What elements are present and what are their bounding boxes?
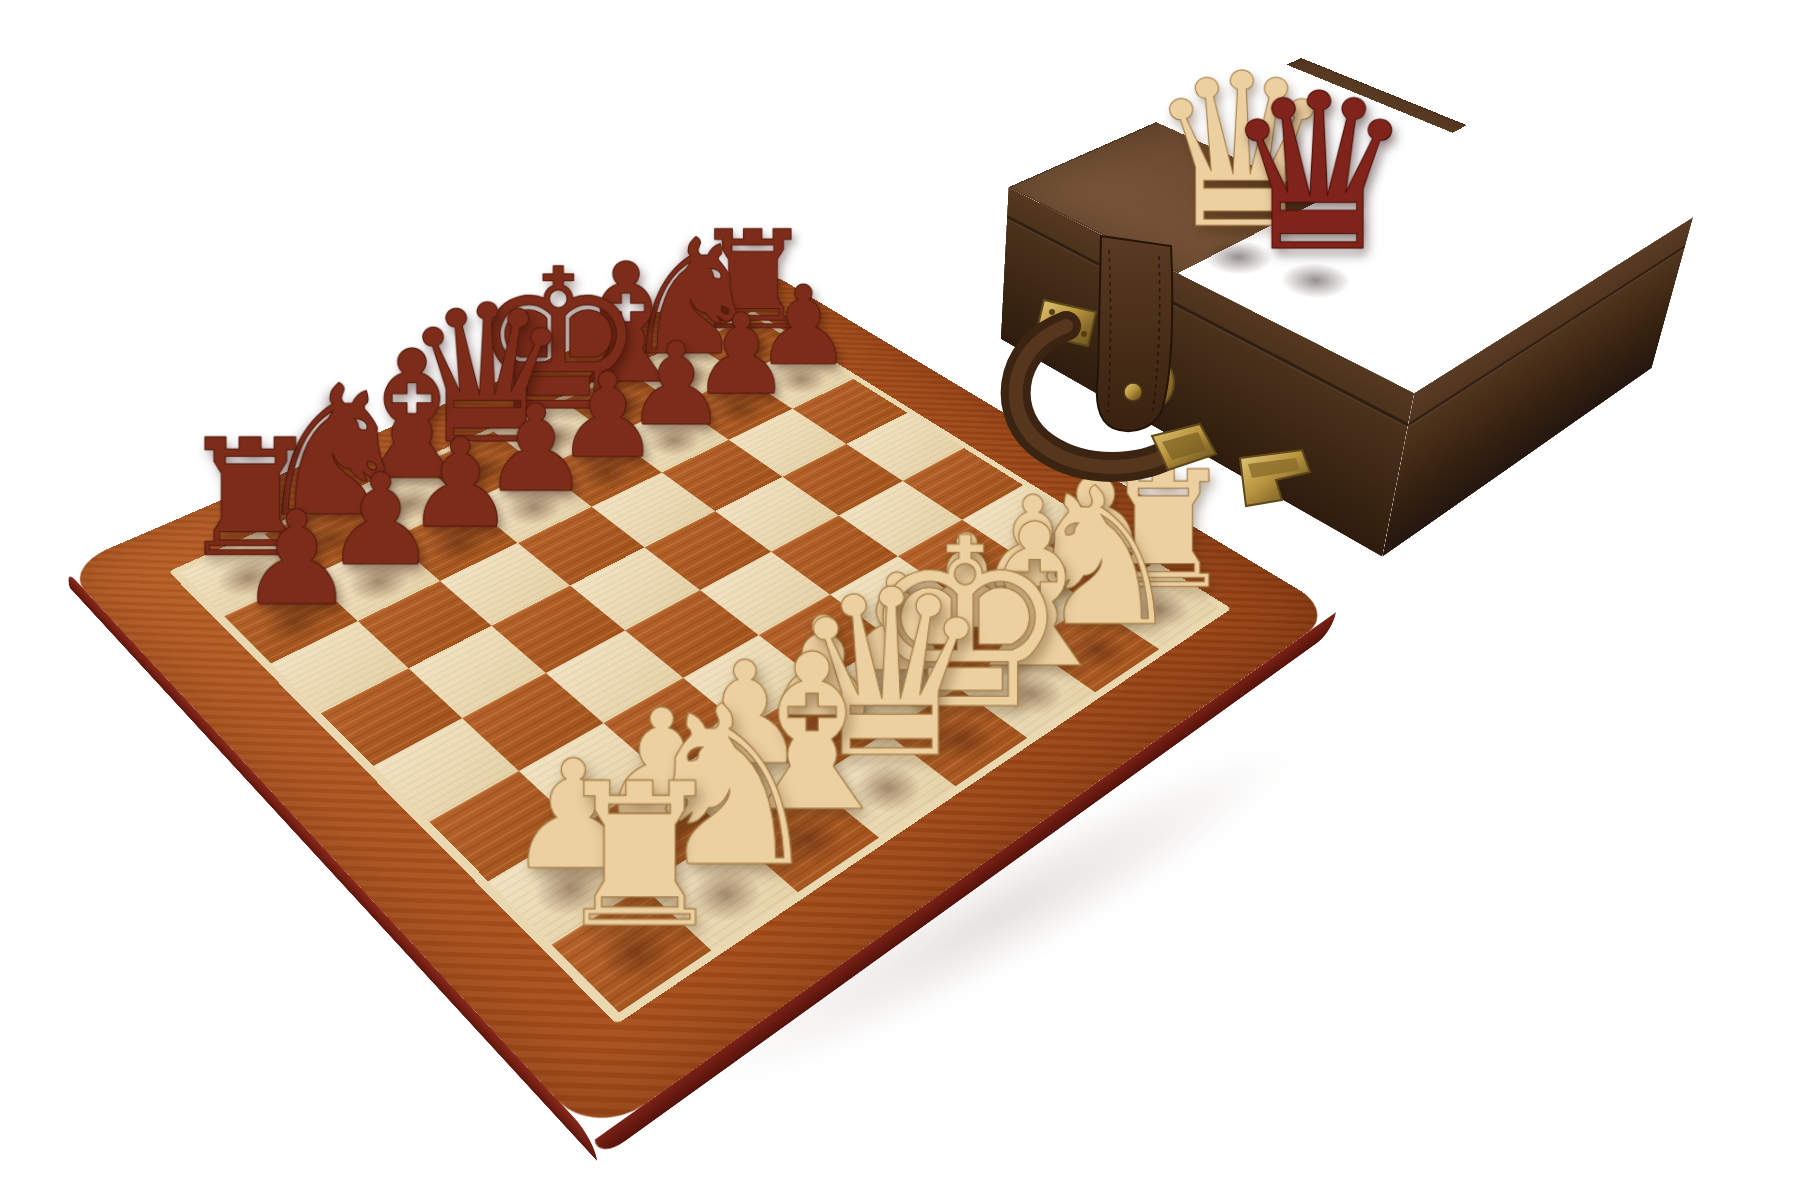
square-g6[interactable] bbox=[729, 409, 847, 477]
piece-shadow bbox=[702, 321, 800, 374]
square-d7[interactable]: ♟ bbox=[468, 468, 591, 543]
square-h8[interactable]: ♜ bbox=[692, 316, 802, 375]
square-g8[interactable]: ♞ bbox=[629, 343, 741, 405]
square-h7[interactable]: ♟ bbox=[741, 347, 853, 409]
piece-white-rook-a1[interactable]: ♜ bbox=[551, 758, 728, 955]
case-lid: ♛ ♛ bbox=[1008, 58, 1693, 393]
piece-shadow bbox=[1248, 246, 1383, 316]
square-e5[interactable] bbox=[644, 511, 771, 590]
piece-red-king-e8[interactable]: ♚ bbox=[471, 243, 646, 438]
piece-shadow bbox=[688, 381, 790, 439]
chess-board: ♜♞♝♛♚♝♞♜♟♟♟♟♟♟♟♟♟♟♟♟♟♟♟♟♜♞♝♛♚♝♞♜ bbox=[64, 268, 1336, 1140]
case-piece-red-queen[interactable]: ♛ bbox=[1222, 66, 1416, 282]
piece-red-pawn-g7[interactable]: ♟ bbox=[691, 299, 791, 411]
square-g7[interactable]: ♟ bbox=[678, 375, 793, 440]
square-e8[interactable]: ♚ bbox=[494, 401, 612, 469]
piece-red-pawn-f7[interactable]: ♟ bbox=[625, 328, 727, 442]
square-h6[interactable] bbox=[793, 379, 908, 444]
scene: ♜♞♝♛♚♝♞♜♟♟♟♟♟♟♟♟♟♟♟♟♟♟♟♟♜♞♝♛♚♝♞♜ ♛ ♛ bbox=[0, 0, 1800, 1200]
piece-red-pawn-e7[interactable]: ♟ bbox=[555, 358, 660, 475]
case-front-right-face bbox=[1382, 217, 1693, 557]
piece-red-pawn-a7[interactable]: ♟ bbox=[239, 494, 355, 624]
piece-red-queen-d8[interactable]: ♛ bbox=[402, 280, 573, 470]
piece-red-pawn-d7[interactable]: ♟ bbox=[482, 390, 590, 510]
piece-red-bishop-f8[interactable]: ♝ bbox=[553, 242, 701, 407]
piece-shadow bbox=[479, 475, 589, 542]
square-f6[interactable] bbox=[662, 440, 782, 511]
piece-shadow bbox=[622, 411, 727, 472]
square-a1[interactable]: ♜ bbox=[552, 887, 712, 1013]
square-e6[interactable] bbox=[592, 472, 715, 547]
piece-shadow bbox=[573, 377, 675, 435]
square-d6[interactable] bbox=[518, 507, 645, 586]
square-f8[interactable]: ♝ bbox=[563, 371, 678, 436]
square-f7[interactable]: ♟ bbox=[611, 405, 729, 473]
piece-red-knight-g8[interactable]: ♞ bbox=[620, 218, 763, 377]
board-maple-inlay: ♜♞♝♛♚♝♞♜♟♟♟♟♟♟♟♟♟♟♟♟♟♟♟♟♜♞♝♛♚♝♞♜ bbox=[169, 311, 1232, 1024]
piece-shadow bbox=[639, 349, 739, 404]
square-e7[interactable]: ♟ bbox=[542, 436, 662, 507]
piece-red-pawn-h7[interactable]: ♟ bbox=[755, 272, 853, 381]
square-c6[interactable] bbox=[440, 543, 570, 626]
square-h5[interactable] bbox=[846, 413, 964, 481]
piece-shadow bbox=[552, 442, 660, 506]
case-piece-white-queen[interactable]: ♛ bbox=[1146, 46, 1337, 259]
piece-red-rook-h8[interactable]: ♜ bbox=[692, 214, 813, 349]
square-d8[interactable]: ♛ bbox=[421, 432, 541, 503]
piece-shadow bbox=[431, 438, 539, 501]
piece-shadow bbox=[751, 353, 851, 408]
piece-shadow bbox=[1172, 224, 1306, 291]
board-field: ♜♞♝♛♚♝♞♜♟♟♟♟♟♟♟♟♟♟♟♟♟♟♟♟♜♞♝♛♚♝♞♜ bbox=[180, 316, 1220, 1013]
piece-shadow bbox=[504, 407, 609, 467]
